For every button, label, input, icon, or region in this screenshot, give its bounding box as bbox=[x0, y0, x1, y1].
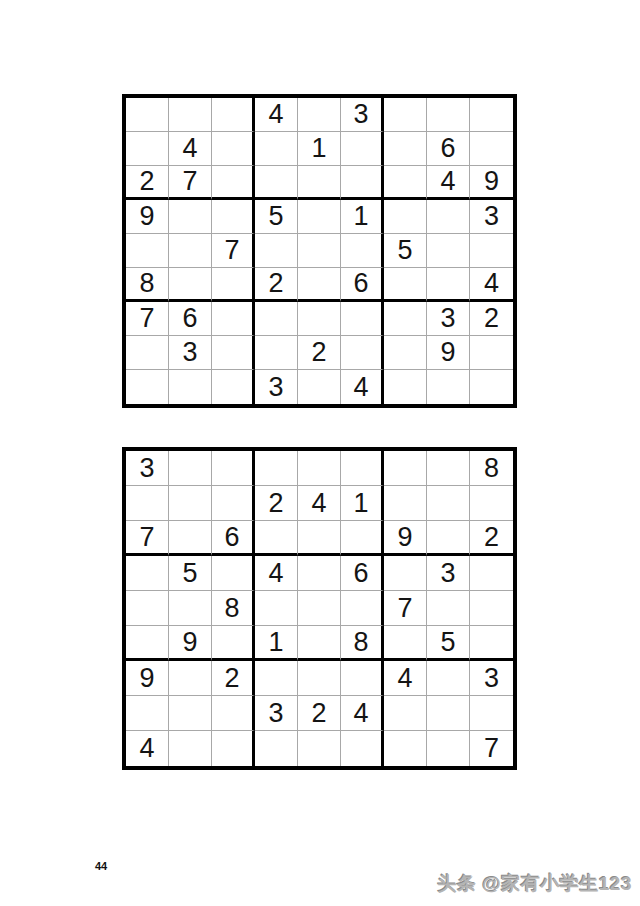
grid1-cell-r8c8: 9 bbox=[427, 336, 470, 370]
grid2-cell-r8c3 bbox=[212, 696, 255, 731]
grid1-cell-r8c6 bbox=[341, 336, 384, 370]
grid2-cell-r8c2 bbox=[169, 696, 212, 731]
grid2-cell-r4c7 bbox=[384, 556, 427, 591]
grid2-cell-r5c8 bbox=[427, 591, 470, 626]
grid2-cell-r2c5: 4 bbox=[298, 486, 341, 521]
grid2-cell-r9c4 bbox=[255, 731, 298, 766]
grid1-cell-r2c3 bbox=[212, 132, 255, 166]
grid2-cell-r9c3 bbox=[212, 731, 255, 766]
grid2-cell-r4c1 bbox=[126, 556, 169, 591]
grid1-cell-r4c8 bbox=[427, 200, 470, 234]
grid1-cell-r4c9: 3 bbox=[470, 200, 513, 234]
grid1-cell-r7c5 bbox=[298, 302, 341, 336]
grid1-cell-r8c7 bbox=[384, 336, 427, 370]
grid2-cell-r8c1 bbox=[126, 696, 169, 731]
worksheet-page: 4341627499513758264763232934 38241769254… bbox=[0, 0, 640, 906]
grid1-cell-r9c6: 4 bbox=[341, 370, 384, 404]
grid1-cell-r4c2 bbox=[169, 200, 212, 234]
grid1-cell-r6c2 bbox=[169, 268, 212, 302]
grid1-cell-r7c1: 7 bbox=[126, 302, 169, 336]
grid2-cell-r2c6: 1 bbox=[341, 486, 384, 521]
grid1-cell-r3c3 bbox=[212, 166, 255, 200]
grid1-cell-r8c9 bbox=[470, 336, 513, 370]
grid1-cell-r1c8 bbox=[427, 98, 470, 132]
grid2-cell-r1c4 bbox=[255, 451, 298, 486]
grid2-cell-r7c5 bbox=[298, 661, 341, 696]
grid2-cell-r7c1: 9 bbox=[126, 661, 169, 696]
grid1-cell-r6c5 bbox=[298, 268, 341, 302]
grid2-cell-r6c8: 5 bbox=[427, 626, 470, 661]
grid1-cell-r4c5 bbox=[298, 200, 341, 234]
grid1-cell-r5c4 bbox=[255, 234, 298, 268]
grid1-cell-r7c8: 3 bbox=[427, 302, 470, 336]
grid1-cell-r5c3: 7 bbox=[212, 234, 255, 268]
grid1-cell-r6c8 bbox=[427, 268, 470, 302]
grid1-cell-r1c6: 3 bbox=[341, 98, 384, 132]
grid2-cell-r7c7: 4 bbox=[384, 661, 427, 696]
grid2-cell-r6c5 bbox=[298, 626, 341, 661]
grid1-cell-r3c1: 2 bbox=[126, 166, 169, 200]
grid1-cell-r2c2: 4 bbox=[169, 132, 212, 166]
grid1-cell-r9c2 bbox=[169, 370, 212, 404]
grid1-cell-r8c2: 3 bbox=[169, 336, 212, 370]
grid1-cell-r9c8 bbox=[427, 370, 470, 404]
grid1-cell-r8c5: 2 bbox=[298, 336, 341, 370]
grid2-cell-r9c5 bbox=[298, 731, 341, 766]
grid2-cell-r6c4: 1 bbox=[255, 626, 298, 661]
grid1-cell-r3c2: 7 bbox=[169, 166, 212, 200]
grid2-cell-r5c7: 7 bbox=[384, 591, 427, 626]
grid1-cell-r5c5 bbox=[298, 234, 341, 268]
grid1-cell-r1c3 bbox=[212, 98, 255, 132]
grid2-cell-r5c4 bbox=[255, 591, 298, 626]
sudoku-grid-2: 3824176925463879185924332447 bbox=[122, 447, 517, 770]
grid2-cell-r6c7 bbox=[384, 626, 427, 661]
grid1-cell-r1c4: 4 bbox=[255, 98, 298, 132]
grid1-cell-r1c7 bbox=[384, 98, 427, 132]
grid1-cell-r9c7 bbox=[384, 370, 427, 404]
grid2-cell-r3c2 bbox=[169, 521, 212, 556]
grid1-cell-r2c5: 1 bbox=[298, 132, 341, 166]
grid1-cell-r9c1 bbox=[126, 370, 169, 404]
grid1-cell-r5c6 bbox=[341, 234, 384, 268]
grid2-cell-r9c9: 7 bbox=[470, 731, 513, 766]
grid1-cell-r3c5 bbox=[298, 166, 341, 200]
grid2-cell-r2c2 bbox=[169, 486, 212, 521]
sudoku-grid-1: 4341627499513758264763232934 bbox=[122, 94, 517, 408]
grid2-cell-r3c4 bbox=[255, 521, 298, 556]
grid2-cell-r4c6: 6 bbox=[341, 556, 384, 591]
grid1-cell-r2c6 bbox=[341, 132, 384, 166]
grid1-cell-r1c2 bbox=[169, 98, 212, 132]
grid2-cell-r3c5 bbox=[298, 521, 341, 556]
grid1-cell-r7c6 bbox=[341, 302, 384, 336]
watermark: 头条 @家有小学生123 bbox=[437, 871, 632, 897]
grid2-cell-r1c6 bbox=[341, 451, 384, 486]
grid2-cell-r1c7 bbox=[384, 451, 427, 486]
grid2-cell-r3c7: 9 bbox=[384, 521, 427, 556]
grid2-cell-r6c9 bbox=[470, 626, 513, 661]
grid1-cell-r6c4: 2 bbox=[255, 268, 298, 302]
grid1-cell-r4c1: 9 bbox=[126, 200, 169, 234]
grid1-cell-r6c7 bbox=[384, 268, 427, 302]
grid2-cell-r5c6 bbox=[341, 591, 384, 626]
grid1-cell-r2c8: 6 bbox=[427, 132, 470, 166]
grid2-cell-r8c5: 2 bbox=[298, 696, 341, 731]
grid2-cell-r3c9: 2 bbox=[470, 521, 513, 556]
grid1-cell-r8c4 bbox=[255, 336, 298, 370]
grid1-cell-r7c9: 2 bbox=[470, 302, 513, 336]
grid1-cell-r6c3 bbox=[212, 268, 255, 302]
grid1-cell-r7c7 bbox=[384, 302, 427, 336]
grid2-cell-r3c1: 7 bbox=[126, 521, 169, 556]
grid2-cell-r8c8 bbox=[427, 696, 470, 731]
grid1-cell-r3c9: 9 bbox=[470, 166, 513, 200]
grid2-cell-r9c8 bbox=[427, 731, 470, 766]
grid2-cell-r4c2: 5 bbox=[169, 556, 212, 591]
grid2-cell-r2c7 bbox=[384, 486, 427, 521]
grid1-cell-r9c5 bbox=[298, 370, 341, 404]
grid2-cell-r9c7 bbox=[384, 731, 427, 766]
grid2-cell-r1c2 bbox=[169, 451, 212, 486]
grid2-cell-r4c8: 3 bbox=[427, 556, 470, 591]
grid1-cell-r3c7 bbox=[384, 166, 427, 200]
grid2-cell-r7c8 bbox=[427, 661, 470, 696]
grid1-cell-r7c2: 6 bbox=[169, 302, 212, 336]
grid2-cell-r4c9 bbox=[470, 556, 513, 591]
grid2-cell-r5c3: 8 bbox=[212, 591, 255, 626]
grid2-cell-r5c5 bbox=[298, 591, 341, 626]
grid1-cell-r9c9 bbox=[470, 370, 513, 404]
grid2-cell-r3c6 bbox=[341, 521, 384, 556]
grid2-cell-r6c2: 9 bbox=[169, 626, 212, 661]
grid1-cell-r1c9 bbox=[470, 98, 513, 132]
grid2-cell-r9c2 bbox=[169, 731, 212, 766]
grid2-cell-r3c8 bbox=[427, 521, 470, 556]
grid1-cell-r1c5 bbox=[298, 98, 341, 132]
grid2-cell-r8c7 bbox=[384, 696, 427, 731]
grid1-cell-r2c7 bbox=[384, 132, 427, 166]
grid2-cell-r3c3: 6 bbox=[212, 521, 255, 556]
grid1-cell-r8c1 bbox=[126, 336, 169, 370]
grid2-cell-r1c1: 3 bbox=[126, 451, 169, 486]
grid1-cell-r9c4: 3 bbox=[255, 370, 298, 404]
grid2-cell-r1c3 bbox=[212, 451, 255, 486]
grid1-cell-r2c4 bbox=[255, 132, 298, 166]
grid1-cell-r5c2 bbox=[169, 234, 212, 268]
grid2-cell-r7c6 bbox=[341, 661, 384, 696]
grid1-cell-r8c3 bbox=[212, 336, 255, 370]
grid2-cell-r2c9 bbox=[470, 486, 513, 521]
grid1-cell-r6c1: 8 bbox=[126, 268, 169, 302]
grid1-cell-r4c4: 5 bbox=[255, 200, 298, 234]
grid2-cell-r5c1 bbox=[126, 591, 169, 626]
grid1-cell-r7c3 bbox=[212, 302, 255, 336]
grid2-cell-r2c8 bbox=[427, 486, 470, 521]
grid2-cell-r9c6 bbox=[341, 731, 384, 766]
grid2-cell-r4c5 bbox=[298, 556, 341, 591]
grid1-cell-r5c7: 5 bbox=[384, 234, 427, 268]
grid1-cell-r4c3 bbox=[212, 200, 255, 234]
grid1-cell-r3c6 bbox=[341, 166, 384, 200]
grid1-cell-r3c8: 4 bbox=[427, 166, 470, 200]
grid2-cell-r5c2 bbox=[169, 591, 212, 626]
grid2-cell-r1c5 bbox=[298, 451, 341, 486]
grid1-cell-r1c1 bbox=[126, 98, 169, 132]
grid1-cell-r2c1 bbox=[126, 132, 169, 166]
grid1-cell-r3c4 bbox=[255, 166, 298, 200]
grid2-cell-r7c2 bbox=[169, 661, 212, 696]
grid2-cell-r6c6: 8 bbox=[341, 626, 384, 661]
grid2-cell-r1c8 bbox=[427, 451, 470, 486]
grid1-cell-r5c1 bbox=[126, 234, 169, 268]
grid1-cell-r7c4 bbox=[255, 302, 298, 336]
grid2-cell-r8c4: 3 bbox=[255, 696, 298, 731]
grid1-cell-r6c6: 6 bbox=[341, 268, 384, 302]
grid2-cell-r1c9: 8 bbox=[470, 451, 513, 486]
grid1-cell-r2c9 bbox=[470, 132, 513, 166]
grid2-cell-r7c3: 2 bbox=[212, 661, 255, 696]
grid1-cell-r4c7 bbox=[384, 200, 427, 234]
grid2-cell-r6c1 bbox=[126, 626, 169, 661]
grid2-cell-r8c9 bbox=[470, 696, 513, 731]
grid2-cell-r4c4: 4 bbox=[255, 556, 298, 591]
page-number: 44 bbox=[95, 860, 107, 872]
grid2-cell-r2c3 bbox=[212, 486, 255, 521]
grid2-cell-r8c6: 4 bbox=[341, 696, 384, 731]
grid1-cell-r9c3 bbox=[212, 370, 255, 404]
grid2-cell-r5c9 bbox=[470, 591, 513, 626]
grid1-cell-r6c9: 4 bbox=[470, 268, 513, 302]
grid2-cell-r7c9: 3 bbox=[470, 661, 513, 696]
grid1-cell-r5c9 bbox=[470, 234, 513, 268]
grid2-cell-r7c4 bbox=[255, 661, 298, 696]
grid2-cell-r2c1 bbox=[126, 486, 169, 521]
grid2-cell-r6c3 bbox=[212, 626, 255, 661]
grid2-cell-r2c4: 2 bbox=[255, 486, 298, 521]
grid2-cell-r4c3 bbox=[212, 556, 255, 591]
grid1-cell-r4c6: 1 bbox=[341, 200, 384, 234]
grid2-cell-r9c1: 4 bbox=[126, 731, 169, 766]
grid1-cell-r5c8 bbox=[427, 234, 470, 268]
